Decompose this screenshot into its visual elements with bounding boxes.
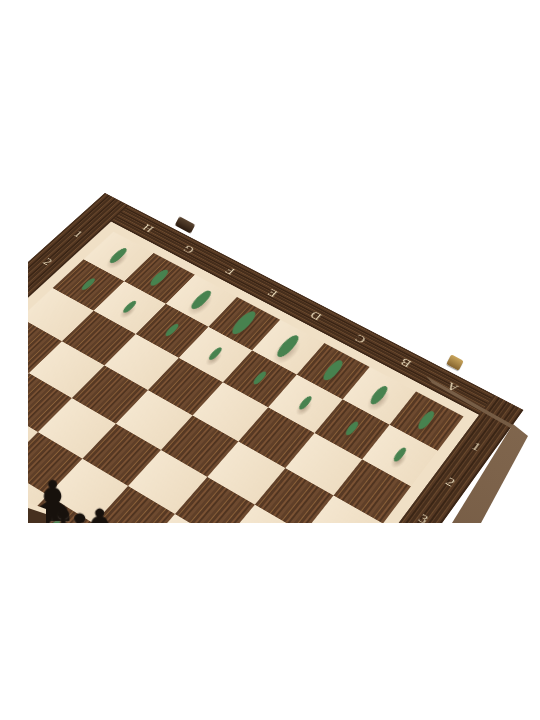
chess-board: 1122334455667788ABCDEFGH♜♞♝♛♚♝♞♜♟♟♟♟♟♟♟♟… [0, 193, 523, 720]
piece-glyph: ♟ [108, 259, 153, 309]
piece-glyph: ♟ [237, 329, 283, 381]
piece-glyph: ♟ [150, 282, 195, 332]
piece-glyph: ♜ [178, 616, 251, 698]
piece-glyph: ♟ [193, 305, 239, 356]
product-photo-chess-set: { "game": "chess", "description_visible"… [0, 0, 540, 720]
piece-glyph: ♟ [282, 353, 329, 405]
piece-glyph: ♟ [376, 403, 424, 457]
piece-glyph: ♟ [66, 237, 110, 286]
board-scene: 1122334455667788ABCDEFGH♜♞♝♛♚♝♞♜♟♟♟♟♟♟♟♟… [0, 0, 540, 720]
piece-glyph: ♟ [328, 378, 376, 431]
